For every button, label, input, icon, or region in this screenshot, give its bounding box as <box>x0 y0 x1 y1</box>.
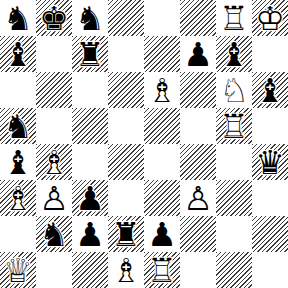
square-b2[interactable]: ♞♞ <box>36 216 72 252</box>
square-h4[interactable]: ♛♛ <box>252 144 288 180</box>
square-h8[interactable]: ♚♔ <box>252 0 288 36</box>
square-h7[interactable] <box>252 36 288 72</box>
square-h5[interactable] <box>252 108 288 144</box>
piece-black-bishop: ♝♝ <box>216 36 252 72</box>
square-a8[interactable]: ♞♞ <box>0 0 36 36</box>
piece-black-pawn: ♟♟ <box>180 36 216 72</box>
piece-black-bishop: ♝♝ <box>0 36 36 72</box>
piece-white-bishop: ♝♗ <box>144 72 180 108</box>
square-f1[interactable] <box>180 252 216 288</box>
piece-glyph: ♖ <box>216 0 252 36</box>
piece-black-knight: ♞♞ <box>0 108 36 144</box>
piece-black-pawn: ♟♟ <box>144 216 180 252</box>
square-g3[interactable] <box>216 180 252 216</box>
piece-glyph: ♔ <box>252 0 288 36</box>
square-h3[interactable] <box>252 180 288 216</box>
piece-glyph: ♝ <box>0 36 36 72</box>
square-h6[interactable]: ♝♝ <box>252 72 288 108</box>
square-a7[interactable]: ♝♝ <box>0 36 36 72</box>
square-d1[interactable]: ♝♗ <box>108 252 144 288</box>
square-a2[interactable] <box>0 216 36 252</box>
square-e1[interactable]: ♜♖ <box>144 252 180 288</box>
piece-glyph: ♟ <box>180 36 216 72</box>
square-c1[interactable] <box>72 252 108 288</box>
square-f6[interactable] <box>180 72 216 108</box>
square-h1[interactable] <box>252 252 288 288</box>
square-e2[interactable]: ♟♟ <box>144 216 180 252</box>
piece-black-pawn: ♟♟ <box>72 216 108 252</box>
piece-glyph: ♞ <box>0 108 36 144</box>
piece-white-pawn: ♟♙ <box>36 180 72 216</box>
square-d6[interactable] <box>108 72 144 108</box>
chess-board: ♞♞♚♚♞♞♜♖♚♔♝♝♜♜♟♟♝♝♝♗♞♘♝♝♞♞♜♖♝♝♝♗♛♛♝♗♟♙♟♟… <box>0 0 288 288</box>
piece-black-bishop: ♝♝ <box>0 144 36 180</box>
piece-white-bishop: ♝♗ <box>0 180 36 216</box>
square-b6[interactable] <box>36 72 72 108</box>
piece-glyph: ♗ <box>36 144 72 180</box>
square-d2[interactable]: ♜♜ <box>108 216 144 252</box>
piece-white-rook: ♜♖ <box>216 0 252 36</box>
square-f8[interactable] <box>180 0 216 36</box>
square-g6[interactable]: ♞♘ <box>216 72 252 108</box>
piece-black-king: ♚♚ <box>36 0 72 36</box>
piece-glyph: ♙ <box>180 180 216 216</box>
piece-glyph: ♝ <box>252 72 288 108</box>
square-c4[interactable] <box>72 144 108 180</box>
square-c3[interactable]: ♟♟ <box>72 180 108 216</box>
piece-glyph: ♗ <box>0 180 36 216</box>
piece-glyph: ♜ <box>72 36 108 72</box>
square-a3[interactable]: ♝♗ <box>0 180 36 216</box>
square-e4[interactable] <box>144 144 180 180</box>
piece-glyph: ♞ <box>36 216 72 252</box>
piece-glyph: ♙ <box>36 180 72 216</box>
square-d5[interactable] <box>108 108 144 144</box>
square-f2[interactable] <box>180 216 216 252</box>
square-e3[interactable] <box>144 180 180 216</box>
square-g1[interactable] <box>216 252 252 288</box>
square-a6[interactable] <box>0 72 36 108</box>
square-f7[interactable]: ♟♟ <box>180 36 216 72</box>
piece-black-knight: ♞♞ <box>36 216 72 252</box>
square-c6[interactable] <box>72 72 108 108</box>
piece-glyph: ♜ <box>108 216 144 252</box>
piece-glyph: ♝ <box>216 36 252 72</box>
square-d7[interactable] <box>108 36 144 72</box>
piece-glyph: ♗ <box>108 252 144 288</box>
square-g4[interactable] <box>216 144 252 180</box>
square-d3[interactable] <box>108 180 144 216</box>
piece-glyph: ♕ <box>0 252 36 288</box>
square-b7[interactable] <box>36 36 72 72</box>
piece-glyph: ♟ <box>72 180 108 216</box>
square-f5[interactable] <box>180 108 216 144</box>
square-f3[interactable]: ♟♙ <box>180 180 216 216</box>
square-a4[interactable]: ♝♝ <box>0 144 36 180</box>
piece-black-pawn: ♟♟ <box>72 180 108 216</box>
piece-glyph: ♖ <box>144 252 180 288</box>
piece-glyph: ♟ <box>72 216 108 252</box>
piece-glyph: ♗ <box>144 72 180 108</box>
piece-white-pawn: ♟♙ <box>180 180 216 216</box>
square-e7[interactable] <box>144 36 180 72</box>
piece-white-king: ♚♔ <box>252 0 288 36</box>
piece-glyph: ♖ <box>216 108 252 144</box>
square-c5[interactable] <box>72 108 108 144</box>
piece-black-rook: ♜♜ <box>108 216 144 252</box>
square-b8[interactable]: ♚♚ <box>36 0 72 36</box>
piece-glyph: ♘ <box>216 72 252 108</box>
square-c2[interactable]: ♟♟ <box>72 216 108 252</box>
square-d8[interactable] <box>108 0 144 36</box>
square-f4[interactable] <box>180 144 216 180</box>
piece-glyph: ♟ <box>144 216 180 252</box>
piece-white-knight: ♞♘ <box>216 72 252 108</box>
square-b4[interactable]: ♝♗ <box>36 144 72 180</box>
piece-glyph: ♚ <box>36 0 72 36</box>
piece-glyph: ♞ <box>72 0 108 36</box>
square-c7[interactable]: ♜♜ <box>72 36 108 72</box>
piece-white-rook: ♜♖ <box>144 252 180 288</box>
square-e6[interactable]: ♝♗ <box>144 72 180 108</box>
piece-black-bishop: ♝♝ <box>252 72 288 108</box>
piece-white-bishop: ♝♗ <box>36 144 72 180</box>
square-b5[interactable] <box>36 108 72 144</box>
piece-black-knight: ♞♞ <box>0 0 36 36</box>
square-e5[interactable] <box>144 108 180 144</box>
square-g5[interactable]: ♜♖ <box>216 108 252 144</box>
square-d4[interactable] <box>108 144 144 180</box>
square-g7[interactable]: ♝♝ <box>216 36 252 72</box>
square-h2[interactable] <box>252 216 288 252</box>
square-g2[interactable] <box>216 216 252 252</box>
square-a1[interactable]: ♛♕ <box>0 252 36 288</box>
piece-black-rook: ♜♜ <box>72 36 108 72</box>
piece-white-queen: ♛♕ <box>0 252 36 288</box>
square-g8[interactable]: ♜♖ <box>216 0 252 36</box>
piece-glyph: ♛ <box>252 144 288 180</box>
piece-white-bishop: ♝♗ <box>108 252 144 288</box>
piece-glyph: ♞ <box>0 0 36 36</box>
piece-white-rook: ♜♖ <box>216 108 252 144</box>
square-e8[interactable] <box>144 0 180 36</box>
piece-black-knight: ♞♞ <box>72 0 108 36</box>
piece-black-queen: ♛♛ <box>252 144 288 180</box>
square-b3[interactable]: ♟♙ <box>36 180 72 216</box>
square-a5[interactable]: ♞♞ <box>0 108 36 144</box>
piece-glyph: ♝ <box>0 144 36 180</box>
square-b1[interactable] <box>36 252 72 288</box>
square-c8[interactable]: ♞♞ <box>72 0 108 36</box>
